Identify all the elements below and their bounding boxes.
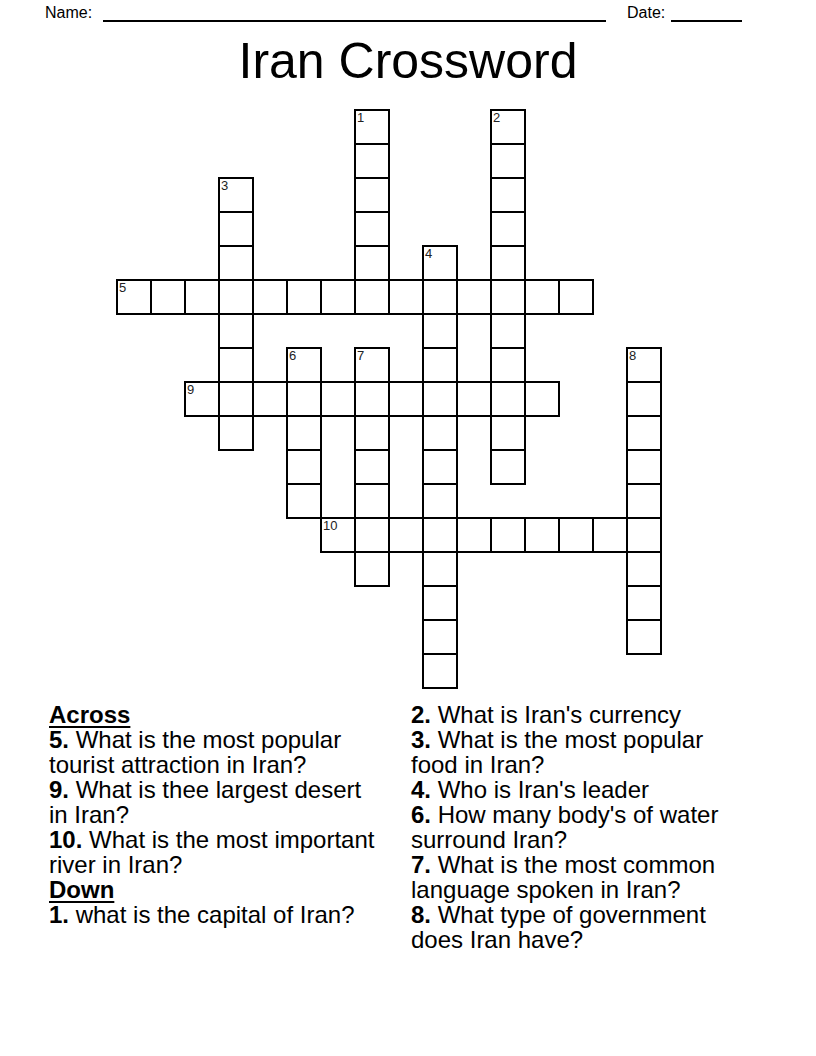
grid-cell-r12c9[interactable] [422,517,458,553]
clue-3: 3. What is the most popular food in Iran… [411,727,733,777]
clues-column-left: Across5. What is the most popular touris… [49,702,381,927]
grid-cell-r8c5[interactable] [286,381,322,417]
grid-cell-r4c7[interactable] [354,245,390,281]
grid-cell-r5c7[interactable] [354,279,390,315]
grid-cell-r12c12[interactable] [524,517,560,553]
grid-cell-r5c1[interactable] [150,279,186,315]
grid-cell-r8c9[interactable] [422,381,458,417]
grid-cell-r12c11[interactable] [490,517,526,553]
grid-cell-r13c7[interactable] [354,551,390,587]
clue-10: 10. What is the most important river in … [49,827,381,877]
clue-6: 6. How many body's of water surround Ira… [411,802,733,852]
grid-cell-r8c4[interactable] [252,381,288,417]
clue-number: 5. [49,726,69,753]
grid-cell-r11c5[interactable] [286,483,322,519]
grid-cell-r11c9[interactable] [422,483,458,519]
grid-cell-r12c14[interactable] [592,517,628,553]
grid-cell-r12c10[interactable] [456,517,492,553]
grid-cell-r1c11[interactable] [490,143,526,179]
name-input-line[interactable] [103,20,606,22]
grid-cell-r12c6[interactable]: 10 [320,517,356,553]
grid-cell-r11c15[interactable] [626,483,662,519]
grid-cell-r10c15[interactable] [626,449,662,485]
grid-cell-r5c11[interactable] [490,279,526,315]
clues-header-down: Down [49,877,381,902]
grid-cell-r8c3[interactable] [218,381,254,417]
grid-cell-r8c2[interactable]: 9 [184,381,220,417]
clues-column-right: 2. What is Iran's currency3. What is the… [411,702,733,952]
grid-cell-r8c15[interactable] [626,381,662,417]
cell-number-5: 5 [119,281,126,294]
clue-number: 8. [411,901,431,928]
grid-cell-r4c11[interactable] [490,245,526,281]
clue-number: 6. [411,801,431,828]
grid-cell-r9c15[interactable] [626,415,662,451]
grid-cell-r13c15[interactable] [626,551,662,587]
clues-header-across: Across [49,702,381,727]
cell-number-1: 1 [357,111,364,124]
grid-cell-r9c7[interactable] [354,415,390,451]
clue-2: 2. What is Iran's currency [411,702,733,727]
date-input-line[interactable] [671,20,742,22]
grid-cell-r5c10[interactable] [456,279,492,315]
grid-cell-r8c12[interactable] [524,381,560,417]
grid-cell-r16c9[interactable] [422,653,458,689]
grid-cell-r2c3[interactable]: 3 [218,177,254,213]
cell-number-6: 6 [289,349,296,362]
page-title: Iran Crossword [0,33,816,90]
grid-cell-r11c7[interactable] [354,483,390,519]
grid-cell-r15c15[interactable] [626,619,662,655]
grid-cell-r1c7[interactable] [354,143,390,179]
grid-cell-r7c7[interactable]: 7 [354,347,390,383]
cell-number-3: 3 [221,179,228,192]
clue-number: 7. [411,851,431,878]
grid-cell-r3c3[interactable] [218,211,254,247]
grid-cell-r10c5[interactable] [286,449,322,485]
cell-number-4: 4 [425,247,432,260]
grid-cell-r9c3[interactable] [218,415,254,451]
grid-cell-r10c7[interactable] [354,449,390,485]
grid-cell-r0c7[interactable]: 1 [354,109,390,145]
grid-cell-r5c8[interactable] [388,279,424,315]
grid-cell-r5c13[interactable] [558,279,594,315]
grid-cell-r15c9[interactable] [422,619,458,655]
grid-cell-r5c6[interactable] [320,279,356,315]
grid-cell-r2c7[interactable] [354,177,390,213]
grid-cell-r8c7[interactable] [354,381,390,417]
grid-cell-r6c3[interactable] [218,313,254,349]
worksheet-page: Name: Date: Iran Crossword 12345678910 A… [0,0,816,1056]
grid-cell-r5c5[interactable] [286,279,322,315]
clue-1: 1. what is the capital of Iran? [49,902,381,927]
clue-number: 1. [49,901,69,928]
grid-cell-r5c9[interactable] [422,279,458,315]
cell-number-10: 10 [323,519,337,532]
grid-cell-r12c7[interactable] [354,517,390,553]
grid-cell-r7c9[interactable] [422,347,458,383]
grid-cell-r10c11[interactable] [490,449,526,485]
grid-cell-r9c9[interactable] [422,415,458,451]
grid-cell-r2c11[interactable] [490,177,526,213]
grid-cell-r6c9[interactable] [422,313,458,349]
cell-number-2: 2 [493,111,500,124]
crossword-grid: 12345678910 [117,110,661,688]
cell-number-8: 8 [629,349,636,362]
clue-number: 2. [411,701,431,728]
grid-cell-r12c13[interactable] [558,517,594,553]
grid-cell-r8c10[interactable] [456,381,492,417]
grid-cell-r8c8[interactable] [388,381,424,417]
clue-number: 10. [49,826,82,853]
grid-cell-r7c11[interactable] [490,347,526,383]
grid-cell-r0c11[interactable]: 2 [490,109,526,145]
grid-cell-r7c3[interactable] [218,347,254,383]
grid-cell-r4c3[interactable] [218,245,254,281]
clue-9: 9. What is thee largest desert in Iran? [49,777,381,827]
grid-cell-r10c9[interactable] [422,449,458,485]
date-label: Date: [627,4,665,22]
clue-7: 7. What is the most common language spok… [411,852,733,902]
grid-cell-r8c6[interactable] [320,381,356,417]
grid-cell-r7c5[interactable]: 6 [286,347,322,383]
grid-cell-r9c11[interactable] [490,415,526,451]
clue-number: 4. [411,776,431,803]
clue-number: 3. [411,726,431,753]
grid-cell-r12c8[interactable] [388,517,424,553]
grid-cell-r5c3[interactable] [218,279,254,315]
cell-number-9: 9 [187,383,194,396]
grid-cell-r7c15[interactable]: 8 [626,347,662,383]
grid-cell-r13c9[interactable] [422,551,458,587]
grid-cell-r14c9[interactable] [422,585,458,621]
clue-5: 5. What is the most popular tourist attr… [49,727,381,777]
grid-cell-r4c9[interactable]: 4 [422,245,458,281]
name-label: Name: [45,4,92,22]
clue-4: 4. Who is Iran's leader [411,777,733,802]
grid-cell-r5c2[interactable] [184,279,220,315]
grid-cell-r9c5[interactable] [286,415,322,451]
grid-cell-r3c11[interactable] [490,211,526,247]
grid-cell-r5c4[interactable] [252,279,288,315]
grid-cell-r14c15[interactable] [626,585,662,621]
grid-cell-r5c12[interactable] [524,279,560,315]
grid-cell-r6c11[interactable] [490,313,526,349]
grid-cell-r3c7[interactable] [354,211,390,247]
clue-8: 8. What type of government does Iran hav… [411,902,733,952]
grid-cell-r5c0[interactable]: 5 [116,279,152,315]
cell-number-7: 7 [357,349,364,362]
grid-cell-r8c11[interactable] [490,381,526,417]
grid-cell-r12c15[interactable] [626,517,662,553]
clue-number: 9. [49,776,69,803]
